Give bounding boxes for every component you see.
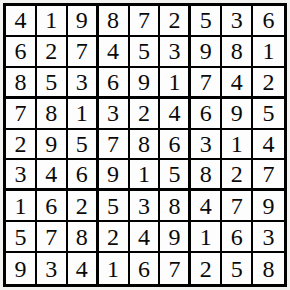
sudoku-cell-r1c3[interactable]: 9	[68, 6, 99, 37]
sudoku-cell-r4c4[interactable]: 3	[99, 99, 130, 130]
sudoku-cell-r6c7[interactable]: 8	[191, 160, 222, 191]
sudoku-cell-r3c3[interactable]: 3	[68, 68, 99, 99]
sudoku-cell-r2c5[interactable]: 5	[130, 37, 161, 68]
sudoku-cell-r9c9[interactable]: 8	[253, 253, 284, 284]
sudoku-cell-r6c1[interactable]: 3	[6, 160, 37, 191]
sudoku-cell-r5c1[interactable]: 2	[6, 130, 37, 161]
sudoku-cell-r4c8[interactable]: 9	[222, 99, 253, 130]
sudoku-cell-r6c4[interactable]: 9	[99, 160, 130, 191]
sudoku-cell-r6c5[interactable]: 1	[130, 160, 161, 191]
sudoku-cell-r5c3[interactable]: 5	[68, 130, 99, 161]
sudoku-cell-r3c2[interactable]: 5	[37, 68, 68, 99]
sudoku-cell-r3c1[interactable]: 8	[6, 68, 37, 99]
sudoku-cell-r3c7[interactable]: 7	[191, 68, 222, 99]
sudoku-cell-r3c4[interactable]: 6	[99, 68, 130, 99]
sudoku-cell-r5c7[interactable]: 3	[191, 130, 222, 161]
sudoku-cell-r5c6[interactable]: 6	[160, 130, 191, 161]
sudoku-cell-r9c2[interactable]: 3	[37, 253, 68, 284]
sudoku-cell-r9c7[interactable]: 2	[191, 253, 222, 284]
sudoku-cell-r7c1[interactable]: 1	[6, 191, 37, 222]
sudoku-board: 4198725366274539818536917427813246952957…	[3, 3, 287, 287]
sudoku-cell-r4c6[interactable]: 4	[160, 99, 191, 130]
sudoku-cell-r9c3[interactable]: 4	[68, 253, 99, 284]
sudoku-cell-r7c5[interactable]: 3	[130, 191, 161, 222]
sudoku-cell-r7c2[interactable]: 6	[37, 191, 68, 222]
sudoku-cell-r7c7[interactable]: 4	[191, 191, 222, 222]
sudoku-cell-r7c4[interactable]: 5	[99, 191, 130, 222]
sudoku-cell-r3c8[interactable]: 4	[222, 68, 253, 99]
sudoku-cell-r7c6[interactable]: 8	[160, 191, 191, 222]
sudoku-cell-r4c9[interactable]: 5	[253, 99, 284, 130]
sudoku-cell-r6c6[interactable]: 5	[160, 160, 191, 191]
sudoku-cell-r3c5[interactable]: 9	[130, 68, 161, 99]
sudoku-cell-r4c2[interactable]: 8	[37, 99, 68, 130]
sudoku-cell-r2c8[interactable]: 8	[222, 37, 253, 68]
sudoku-cell-r9c4[interactable]: 1	[99, 253, 130, 284]
sudoku-cell-r9c5[interactable]: 6	[130, 253, 161, 284]
sudoku-cell-r8c3[interactable]: 8	[68, 222, 99, 253]
sudoku-cell-r5c9[interactable]: 4	[253, 130, 284, 161]
sudoku-cell-r1c5[interactable]: 7	[130, 6, 161, 37]
sudoku-cell-r5c4[interactable]: 7	[99, 130, 130, 161]
sudoku-cell-r3c6[interactable]: 1	[160, 68, 191, 99]
sudoku-cell-r1c7[interactable]: 5	[191, 6, 222, 37]
sudoku-cell-r2c6[interactable]: 3	[160, 37, 191, 68]
sudoku-cell-r1c2[interactable]: 1	[37, 6, 68, 37]
sudoku-cell-r5c5[interactable]: 8	[130, 130, 161, 161]
sudoku-cell-r3c9[interactable]: 2	[253, 68, 284, 99]
sudoku-cell-r1c9[interactable]: 6	[253, 6, 284, 37]
sudoku-cell-r6c9[interactable]: 7	[253, 160, 284, 191]
sudoku-cell-r8c4[interactable]: 2	[99, 222, 130, 253]
sudoku-cell-r5c8[interactable]: 1	[222, 130, 253, 161]
sudoku-cell-r9c6[interactable]: 7	[160, 253, 191, 284]
sudoku-cell-r4c1[interactable]: 7	[6, 99, 37, 130]
sudoku-cell-r9c8[interactable]: 5	[222, 253, 253, 284]
sudoku-cell-r1c1[interactable]: 4	[6, 6, 37, 37]
sudoku-cell-r6c3[interactable]: 6	[68, 160, 99, 191]
sudoku-cell-r2c9[interactable]: 1	[253, 37, 284, 68]
sudoku-cell-r8c6[interactable]: 9	[160, 222, 191, 253]
sudoku-cell-r8c1[interactable]: 5	[6, 222, 37, 253]
sudoku-cell-r9c1[interactable]: 9	[6, 253, 37, 284]
sudoku-cell-r7c3[interactable]: 2	[68, 191, 99, 222]
sudoku-cell-r2c1[interactable]: 6	[6, 37, 37, 68]
sudoku-cell-r8c5[interactable]: 4	[130, 222, 161, 253]
sudoku-cell-r1c6[interactable]: 2	[160, 6, 191, 37]
sudoku-cell-r8c9[interactable]: 3	[253, 222, 284, 253]
sudoku-cell-r1c8[interactable]: 3	[222, 6, 253, 37]
sudoku-cell-r4c5[interactable]: 2	[130, 99, 161, 130]
sudoku-cell-r6c8[interactable]: 2	[222, 160, 253, 191]
sudoku-cell-r2c4[interactable]: 4	[99, 37, 130, 68]
sudoku-cell-r7c9[interactable]: 9	[253, 191, 284, 222]
sudoku-cell-r2c3[interactable]: 7	[68, 37, 99, 68]
sudoku-cell-r6c2[interactable]: 4	[37, 160, 68, 191]
sudoku-cell-r8c7[interactable]: 1	[191, 222, 222, 253]
sudoku-cell-r4c3[interactable]: 1	[68, 99, 99, 130]
sudoku-cell-r5c2[interactable]: 9	[37, 130, 68, 161]
sudoku-cell-r8c2[interactable]: 7	[37, 222, 68, 253]
sudoku-cell-r2c2[interactable]: 2	[37, 37, 68, 68]
sudoku-cell-r8c8[interactable]: 6	[222, 222, 253, 253]
sudoku-cell-r4c7[interactable]: 6	[191, 99, 222, 130]
sudoku-cell-r7c8[interactable]: 7	[222, 191, 253, 222]
sudoku-cell-r2c7[interactable]: 9	[191, 37, 222, 68]
sudoku-cell-r1c4[interactable]: 8	[99, 6, 130, 37]
